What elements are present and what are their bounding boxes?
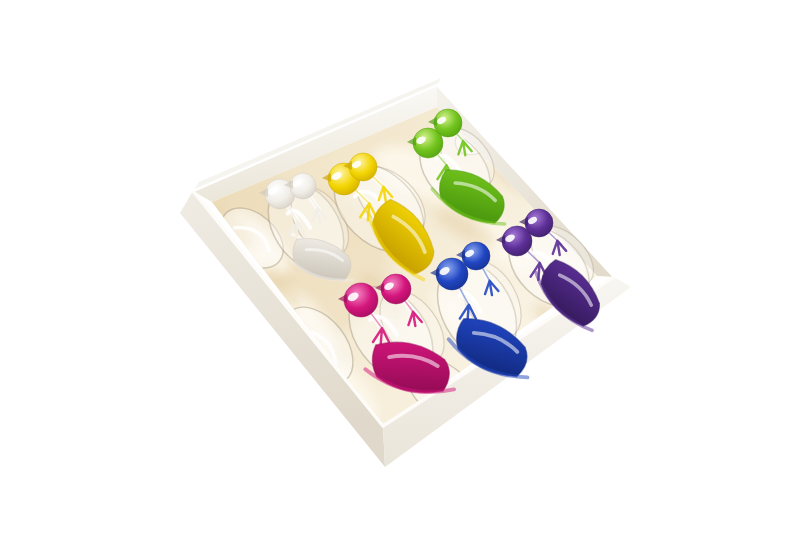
product-photo-gift-box-glass-birds (0, 0, 800, 533)
photo-stage (0, 0, 800, 533)
